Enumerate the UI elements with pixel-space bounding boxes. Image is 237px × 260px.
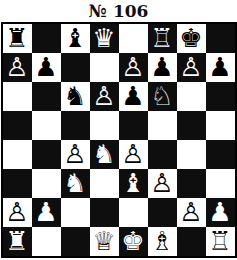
square-b7[interactable]: ♟	[32, 53, 61, 82]
square-g7[interactable]: ♙	[177, 53, 206, 82]
square-b4[interactable]	[32, 140, 61, 169]
piece-white-pawn: ♟	[208, 198, 231, 227]
square-e7[interactable]: ♙	[119, 53, 148, 82]
square-e4[interactable]: ♙	[119, 140, 148, 169]
square-f1[interactable]: ♗	[148, 227, 177, 256]
square-h2[interactable]: ♟	[206, 198, 235, 227]
chess-board: ♜♝♛♖♚♙♟♙♟♙♟♞♙♟♘♙♞♙♞♝♙♙♟♙♟♜♕♚♗♖	[1, 22, 237, 258]
square-d1[interactable]: ♕	[90, 227, 119, 256]
square-c2[interactable]	[61, 198, 90, 227]
square-c1[interactable]	[61, 227, 90, 256]
piece-white-pawn: ♙	[150, 169, 173, 198]
square-g4[interactable]	[177, 140, 206, 169]
square-g1[interactable]	[177, 227, 206, 256]
square-f8[interactable]: ♖	[148, 24, 177, 53]
square-a8[interactable]: ♜	[3, 24, 32, 53]
square-f3[interactable]: ♙	[148, 169, 177, 198]
square-d3[interactable]	[90, 169, 119, 198]
piece-white-knight: ♞	[92, 140, 115, 169]
square-a4[interactable]	[3, 140, 32, 169]
square-d5[interactable]	[90, 111, 119, 140]
square-b6[interactable]	[32, 82, 61, 111]
square-d7[interactable]	[90, 53, 119, 82]
square-e1[interactable]: ♚	[119, 227, 148, 256]
square-d6[interactable]: ♙	[90, 82, 119, 111]
square-b1[interactable]	[32, 227, 61, 256]
square-c3[interactable]: ♞	[61, 169, 90, 198]
square-a1[interactable]: ♜	[3, 227, 32, 256]
piece-white-pawn: ♙	[179, 198, 202, 227]
square-h6[interactable]	[206, 82, 235, 111]
piece-white-pawn: ♙	[121, 140, 144, 169]
square-c4[interactable]: ♙	[61, 140, 90, 169]
square-g6[interactable]	[177, 82, 206, 111]
square-f7[interactable]: ♟	[148, 53, 177, 82]
piece-black-pawn: ♟	[34, 53, 57, 82]
piece-black-pawn: ♙	[5, 53, 28, 82]
square-c6[interactable]: ♞	[61, 82, 90, 111]
square-c7[interactable]	[61, 53, 90, 82]
square-h3[interactable]	[206, 169, 235, 198]
piece-black-pawn: ♟	[121, 82, 144, 111]
square-b3[interactable]	[32, 169, 61, 198]
square-e8[interactable]	[119, 24, 148, 53]
square-a5[interactable]	[3, 111, 32, 140]
piece-black-pawn: ♟	[150, 53, 173, 82]
piece-black-rook: ♜	[5, 24, 28, 53]
piece-black-bishop: ♝	[63, 24, 86, 53]
piece-white-king: ♚	[121, 227, 144, 256]
square-b2[interactable]: ♟	[32, 198, 61, 227]
piece-white-queen: ♛	[92, 24, 115, 53]
square-e6[interactable]: ♟	[119, 82, 148, 111]
piece-white-rook: ♖	[208, 227, 231, 256]
square-f6[interactable]: ♘	[148, 82, 177, 111]
piece-black-knight: ♘	[150, 82, 173, 111]
square-b8[interactable]	[32, 24, 61, 53]
piece-black-pawn: ♙	[92, 82, 115, 111]
square-g2[interactable]: ♙	[177, 198, 206, 227]
piece-white-pawn: ♙	[63, 140, 86, 169]
square-f4[interactable]	[148, 140, 177, 169]
square-b5[interactable]	[32, 111, 61, 140]
square-a3[interactable]	[3, 169, 32, 198]
square-g5[interactable]	[177, 111, 206, 140]
square-g8[interactable]: ♚	[177, 24, 206, 53]
piece-white-knight: ♞	[63, 169, 86, 198]
square-d2[interactable]	[90, 198, 119, 227]
piece-black-pawn: ♟	[208, 53, 231, 82]
piece-black-king: ♚	[179, 24, 202, 53]
square-a2[interactable]: ♙	[3, 198, 32, 227]
piece-black-pawn: ♙	[179, 53, 202, 82]
piece-black-pawn: ♙	[121, 53, 144, 82]
square-h7[interactable]: ♟	[206, 53, 235, 82]
square-c8[interactable]: ♝	[61, 24, 90, 53]
square-d8[interactable]: ♛	[90, 24, 119, 53]
square-f2[interactable]	[148, 198, 177, 227]
square-h8[interactable]	[206, 24, 235, 53]
puzzle-number: № 106	[0, 0, 237, 22]
square-h4[interactable]	[206, 140, 235, 169]
piece-white-rook: ♜	[5, 227, 28, 256]
square-e3[interactable]: ♝	[119, 169, 148, 198]
piece-white-pawn: ♙	[5, 198, 28, 227]
square-e2[interactable]	[119, 198, 148, 227]
square-g3[interactable]	[177, 169, 206, 198]
square-c5[interactable]	[61, 111, 90, 140]
piece-white-bishop: ♝	[121, 169, 144, 198]
square-d4[interactable]: ♞	[90, 140, 119, 169]
piece-white-pawn: ♟	[34, 198, 57, 227]
square-e5[interactable]	[119, 111, 148, 140]
piece-black-knight: ♞	[63, 82, 86, 111]
piece-black-rook: ♖	[150, 24, 173, 53]
piece-white-queen: ♕	[92, 227, 115, 256]
square-h5[interactable]	[206, 111, 235, 140]
piece-white-bishop: ♗	[150, 227, 173, 256]
square-a7[interactable]: ♙	[3, 53, 32, 82]
square-h1[interactable]: ♖	[206, 227, 235, 256]
square-a6[interactable]	[3, 82, 32, 111]
square-f5[interactable]	[148, 111, 177, 140]
